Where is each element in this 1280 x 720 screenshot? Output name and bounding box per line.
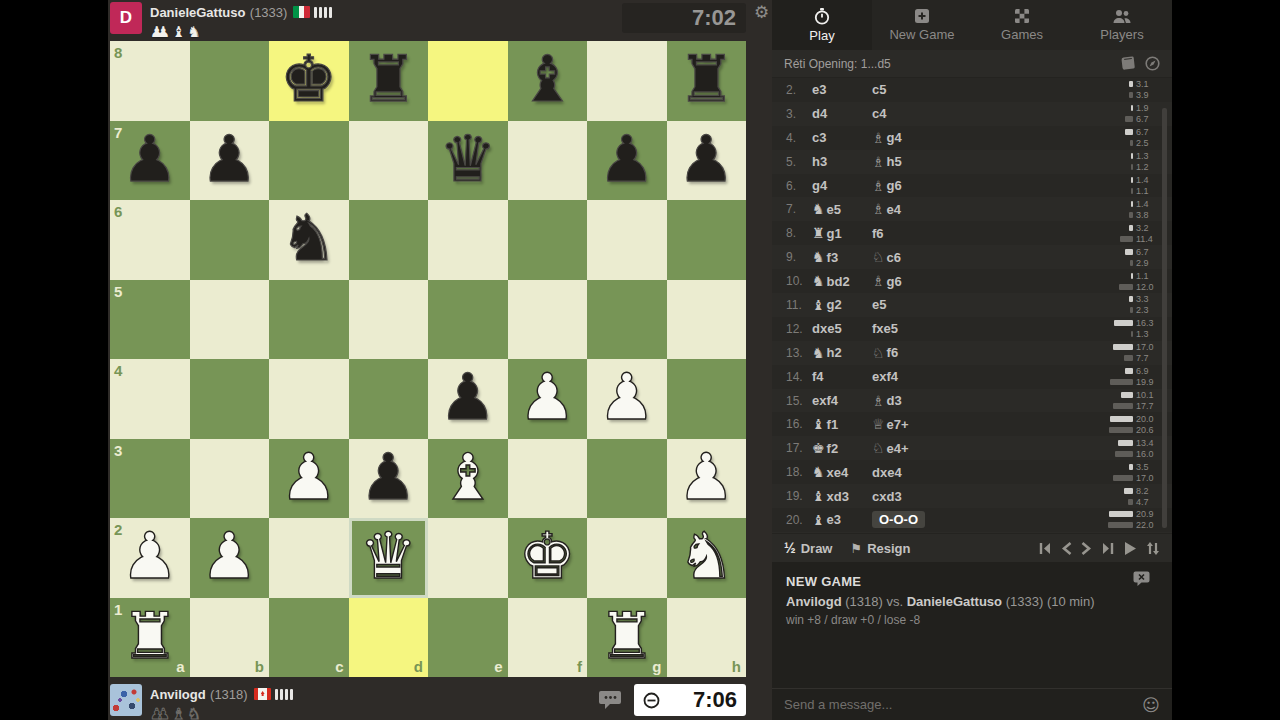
captured-piece-icon: ♟♟ [150, 23, 163, 41]
time-bar [1131, 105, 1133, 111]
captured-piece-icon: ♞ [187, 23, 202, 41]
square-e4[interactable]: ♟ [428, 359, 508, 439]
figurine-icon: ♞ [812, 345, 825, 361]
square-g4[interactable]: ♟ [587, 359, 667, 439]
figurine-icon: ♝ [812, 488, 825, 504]
rank-label: 5 [114, 283, 122, 300]
half-point-icon: ½ [784, 540, 796, 556]
square-c5[interactable] [269, 280, 349, 360]
time-value: 1.4 [1136, 199, 1162, 209]
time-value: 1.3 [1136, 151, 1162, 161]
move-times: 10.117.7 [1086, 390, 1162, 411]
square-g5[interactable] [587, 280, 667, 360]
square-f5[interactable] [508, 280, 588, 360]
time-bar [1129, 296, 1133, 302]
move-times: 13.416.0 [1086, 438, 1162, 459]
file-label: h [732, 658, 741, 675]
piece-white-pawn[interactable]: ♟ [667, 439, 747, 519]
square-c1[interactable]: c [269, 598, 349, 678]
opening-book-icon[interactable] [1120, 56, 1135, 71]
square-b1[interactable]: b [190, 598, 270, 678]
white-move[interactable]: ♞f3 [812, 249, 872, 265]
square-e6[interactable] [428, 200, 508, 280]
move-times: 6.919.9 [1086, 366, 1162, 387]
move-number: 7. [786, 202, 812, 216]
black-move[interactable]: c5 [872, 82, 1086, 97]
figurine-icon: ♝ [812, 297, 825, 313]
time-value: 1.4 [1136, 175, 1162, 185]
square-g3[interactable] [587, 439, 667, 519]
opening-row: Réti Opening: 1...d5 [772, 50, 1172, 78]
square-c7[interactable] [269, 121, 349, 201]
figurine-icon: ♞ [812, 464, 825, 480]
move-row: 17.♚f2♘e4+13.416.0 [772, 436, 1172, 460]
piece-white-pawn[interactable]: ♟ [110, 518, 190, 598]
piece-black-knight[interactable]: ♞ [269, 200, 349, 280]
square-h7[interactable]: ♟ [667, 121, 747, 201]
go-to-start-button[interactable] [1038, 542, 1052, 555]
piece-white-rook[interactable]: ♜ [587, 598, 667, 678]
piece-white-pawn[interactable]: ♟ [508, 359, 588, 439]
square-a2[interactable]: 2♟ [110, 518, 190, 598]
move-number: 13. [786, 346, 812, 360]
time-value: 13.4 [1136, 438, 1162, 448]
time-bar [1118, 440, 1133, 446]
file-label: d [414, 658, 423, 675]
black-move[interactable]: ♗h5 [872, 154, 1086, 170]
players-icon [1113, 9, 1131, 24]
white-move[interactable]: ♝e3 [812, 512, 872, 528]
file-label: f [577, 658, 582, 675]
time-bar [1131, 177, 1133, 183]
black-move[interactable]: exf4 [872, 369, 1086, 384]
move-number: 5. [786, 155, 812, 169]
time-bar [1124, 488, 1133, 494]
square-a7[interactable]: 7♟ [110, 121, 190, 201]
top-player-rating: (1333) [250, 5, 288, 20]
figurine-icon: ♗ [872, 393, 885, 409]
square-f1[interactable]: f [508, 598, 588, 678]
chat-input-row: ☺ [772, 688, 1172, 720]
square-g2[interactable] [587, 518, 667, 598]
piece-black-rook[interactable]: ♜ [667, 41, 747, 121]
piece-white-knight[interactable]: ♞ [667, 518, 747, 598]
move-row: 4.c3♗g46.72.5 [772, 126, 1172, 150]
square-f3[interactable] [508, 439, 588, 519]
piece-white-queen[interactable]: ♛ [349, 518, 429, 598]
square-b5[interactable] [190, 280, 270, 360]
square-h6[interactable] [667, 200, 747, 280]
move-row: 7.♞e5♗e41.43.8 [772, 197, 1172, 221]
figurine-icon: ♗ [872, 154, 885, 170]
white-move[interactable]: g4 [812, 178, 872, 193]
time-bar [1125, 368, 1133, 374]
move-number: 2. [786, 83, 812, 97]
black-move[interactable]: e5 [872, 297, 1086, 312]
white-move[interactable]: exf4 [812, 393, 872, 408]
piece-black-pawn[interactable]: ♟ [587, 121, 667, 201]
move-times: 1.112.0 [1086, 271, 1162, 292]
time-value: 3.2 [1136, 223, 1162, 233]
black-move[interactable]: ♗g6 [872, 273, 1086, 289]
piece-black-pawn[interactable]: ♟ [667, 121, 747, 201]
figurine-icon: ♗ [872, 273, 885, 289]
move-list: 2.e3c53.13.93.d4c41.96.74.c3♗g46.72.55.h… [772, 78, 1172, 533]
figurine-icon: ♗ [872, 130, 885, 146]
time-bar [1109, 511, 1133, 517]
piece-black-pawn[interactable]: ♟ [110, 121, 190, 201]
figurine-icon: ♞ [812, 273, 825, 289]
bottom-clock-time: 7:06 [660, 687, 737, 713]
white-move[interactable]: e3 [812, 82, 872, 97]
square-f4[interactable]: ♟ [508, 359, 588, 439]
move-times: 20.020.6 [1086, 414, 1162, 435]
square-h8[interactable]: ♜ [667, 41, 747, 121]
piece-black-pawn[interactable]: ♟ [428, 359, 508, 439]
move-row: 10.♞bd2♗g61.112.0 [772, 269, 1172, 293]
piece-white-rook[interactable]: ♜ [110, 598, 190, 678]
settings-gear-icon[interactable]: ⚙ [754, 2, 769, 22]
resign-button[interactable]: ⚑ Resign [850, 541, 910, 556]
time-value: 3.1 [1136, 79, 1162, 89]
chess-board: 8♚♜♝♜7♟♟♛♟♟6♞54♟♟♟3♟♟♝♟2♟♟♛♚♞1a♜bcdefg♜h [110, 41, 746, 677]
square-b6[interactable] [190, 200, 270, 280]
time-bar [1130, 260, 1133, 266]
square-d4[interactable] [349, 359, 429, 439]
square-b2[interactable]: ♟ [190, 518, 270, 598]
piece-white-king[interactable]: ♚ [508, 518, 588, 598]
rank-label: 3 [114, 442, 122, 459]
square-c8[interactable]: ♚ [269, 41, 349, 121]
move-times: 1.96.7 [1086, 103, 1162, 124]
white-move[interactable]: ♝f1 [812, 416, 872, 432]
move-number: 4. [786, 131, 812, 145]
square-g6[interactable] [587, 200, 667, 280]
white-move[interactable]: c3 [812, 130, 872, 145]
square-a5[interactable]: 5 [110, 280, 190, 360]
time-value: 20.0 [1136, 414, 1162, 424]
game-controls: ½ Draw ⚑ Resign [772, 533, 1172, 562]
piece-black-bishop[interactable]: ♝ [508, 41, 588, 121]
black-move[interactable]: ♕e7+ [872, 416, 1086, 432]
black-move[interactable]: dxe4 [872, 465, 1086, 480]
square-g7[interactable]: ♟ [587, 121, 667, 201]
white-move[interactable]: ♝g2 [812, 297, 872, 313]
square-d2[interactable]: ♛ [349, 518, 429, 598]
time-value: 20.9 [1136, 509, 1162, 519]
piece-black-rook[interactable]: ♜ [349, 41, 429, 121]
piece-white-bishop[interactable]: ♝ [428, 439, 508, 519]
black-move[interactable]: ♗g4 [872, 130, 1086, 146]
square-b3[interactable] [190, 439, 270, 519]
time-value: 17.7 [1136, 401, 1162, 411]
move-times: 16.31.3 [1086, 318, 1162, 339]
time-value: 17.0 [1136, 473, 1162, 483]
move-number: 3. [786, 107, 812, 121]
time-value: 1.3 [1136, 329, 1162, 339]
time-value: 20.6 [1136, 425, 1162, 435]
square-f2[interactable]: ♚ [508, 518, 588, 598]
top-player-clock: 7:02 [622, 3, 746, 33]
square-d8[interactable]: ♜ [349, 41, 429, 121]
black-move[interactable]: ♗e4 [872, 201, 1086, 217]
white-move[interactable]: ♞bd2 [812, 273, 872, 289]
move-row: 9.♞f3♘c66.72.9 [772, 245, 1172, 269]
time-bar [1129, 212, 1133, 218]
piece-white-pawn[interactable]: ♟ [587, 359, 667, 439]
emoji-smiley-icon[interactable]: ☺ [1142, 695, 1160, 715]
move-times: 1.31.2 [1086, 151, 1162, 172]
time-value: 10.1 [1136, 390, 1162, 400]
move-number: 15. [786, 394, 812, 408]
black-move[interactable]: c4 [872, 106, 1086, 121]
figurine-icon: ♗ [872, 178, 885, 194]
time-value: 16.3 [1136, 318, 1162, 328]
time-bar [1131, 273, 1133, 279]
time-value: 19.9 [1136, 377, 1162, 387]
black-move[interactable]: ♘f6 [872, 345, 1086, 361]
white-move[interactable]: dxe5 [812, 321, 872, 336]
white-move[interactable]: d4 [812, 106, 872, 121]
top-captured-pieces: ♟♟♝♞ [150, 23, 334, 41]
move-row: 8.♜g1f63.211.4 [772, 221, 1172, 245]
next-move-button[interactable] [1081, 542, 1092, 555]
square-h2[interactable]: ♞ [667, 518, 747, 598]
white-move[interactable]: ♚f2 [812, 440, 872, 456]
figurine-icon: ♜ [812, 225, 825, 241]
move-row: 15.exf4♗d310.117.7 [772, 389, 1172, 413]
white-move[interactable]: ♜g1 [812, 225, 872, 241]
piece-white-pawn[interactable]: ♟ [269, 439, 349, 519]
move-number: 12. [786, 322, 812, 336]
time-value: 8.2 [1136, 486, 1162, 496]
time-bar [1110, 379, 1133, 385]
chat-bubble-icon[interactable] [598, 689, 624, 711]
piece-white-pawn[interactable]: ♟ [190, 518, 270, 598]
square-b8[interactable] [190, 41, 270, 121]
time-bar [1120, 236, 1133, 242]
rating-stakes: win +8 / draw +0 / lose -8 [786, 613, 1158, 627]
square-a8[interactable]: 8 [110, 41, 190, 121]
square-e8[interactable] [428, 41, 508, 121]
stopwatch-icon [814, 8, 830, 25]
move-row: 18.♞xe4dxe43.517.0 [772, 460, 1172, 484]
time-bar [1125, 116, 1133, 122]
square-h5[interactable] [667, 280, 747, 360]
square-h4[interactable] [667, 359, 747, 439]
square-c3[interactable]: ♟ [269, 439, 349, 519]
time-value: 1.2 [1136, 162, 1162, 172]
move-number: 20. [786, 513, 812, 527]
move-number: 17. [786, 441, 812, 455]
tab-new-game[interactable]: New Game [872, 0, 972, 50]
time-value: 11.4 [1136, 234, 1162, 244]
black-move[interactable]: ♗d3 [872, 393, 1086, 409]
move-number: 19. [786, 489, 812, 503]
chat-message-input[interactable] [784, 697, 1142, 712]
white-player-name: Anvilogd [786, 594, 842, 609]
side-panel: Play New Game Games Players Réti Opening… [772, 0, 1172, 720]
bottom-player-avatar[interactable] [110, 684, 142, 716]
previous-move-button[interactable] [1061, 542, 1072, 555]
square-g8[interactable] [587, 41, 667, 121]
move-row: 3.d4c41.96.7 [772, 102, 1172, 126]
square-g1[interactable]: g♜ [587, 598, 667, 678]
square-f8[interactable]: ♝ [508, 41, 588, 121]
time-bar [1108, 522, 1133, 528]
black-move[interactable]: f6 [872, 226, 1086, 241]
square-h1[interactable]: h [667, 598, 747, 678]
clock-icon [643, 692, 660, 709]
time-bar [1125, 249, 1133, 255]
square-f6[interactable] [508, 200, 588, 280]
square-d1[interactable]: d [349, 598, 429, 678]
time-value: 12.0 [1136, 282, 1162, 292]
square-c4[interactable] [269, 359, 349, 439]
square-a6[interactable]: 6 [110, 200, 190, 280]
piece-black-king[interactable]: ♚ [269, 41, 349, 121]
square-h3[interactable]: ♟ [667, 439, 747, 519]
time-value: 3.8 [1136, 210, 1162, 220]
white-move[interactable]: f4 [812, 369, 872, 384]
move-number: 9. [786, 250, 812, 264]
black-move[interactable]: ♘e4+ [872, 440, 1086, 456]
move-times: 17.07.7 [1086, 342, 1162, 363]
move-times: 6.72.9 [1086, 247, 1162, 268]
square-a3[interactable]: 3 [110, 439, 190, 519]
tab-play[interactable]: Play [772, 0, 872, 50]
square-e2[interactable] [428, 518, 508, 598]
move-row: 2.e3c53.13.9 [772, 78, 1172, 102]
square-e1[interactable]: e [428, 598, 508, 678]
move-row: 20.♝e3O-O-O20.922.0 [772, 508, 1172, 532]
captured-piece-icon: ♝ [172, 705, 187, 720]
move-list-scrollbar[interactable] [1162, 108, 1167, 528]
figurine-icon: ♗ [872, 201, 885, 217]
square-c6[interactable]: ♞ [269, 200, 349, 280]
figurine-icon: ♕ [872, 416, 885, 432]
move-row: 13.♞h2♘f617.07.7 [772, 341, 1172, 365]
piece-black-queen[interactable]: ♛ [428, 121, 508, 201]
square-e3[interactable]: ♝ [428, 439, 508, 519]
tab-players[interactable]: Players [1072, 0, 1172, 50]
resign-flag-icon: ⚑ [850, 541, 862, 556]
matchup-line: Anvilogd (1318) vs. DanieleGattuso (1333… [786, 594, 1158, 609]
opening-name[interactable]: Réti Opening: 1...d5 [784, 57, 1120, 71]
black-player-name: DanieleGattuso [907, 594, 1002, 609]
move-times: 6.72.5 [1086, 127, 1162, 148]
piece-black-pawn[interactable]: ♟ [190, 121, 270, 201]
chat-mute-icon[interactable] [1133, 571, 1150, 586]
time-bar [1113, 403, 1133, 409]
time-bar [1130, 307, 1133, 313]
captured-piece-icon: ♟♟ [150, 705, 163, 720]
black-move[interactable]: ♘c6 [872, 249, 1086, 265]
white-move[interactable]: ♞h2 [812, 345, 872, 361]
tab-games[interactable]: Games [972, 0, 1072, 50]
white-move[interactable]: ♞e5 [812, 201, 872, 217]
figurine-icon: ♘ [872, 249, 885, 265]
black-move[interactable]: fxe5 [872, 321, 1086, 336]
time-bar [1119, 284, 1133, 290]
time-value: 6.9 [1136, 366, 1162, 376]
move-number: 11. [786, 298, 812, 312]
square-c2[interactable] [269, 518, 349, 598]
explorer-compass-icon[interactable] [1145, 56, 1160, 71]
square-e5[interactable] [428, 280, 508, 360]
top-player-avatar[interactable]: D [110, 2, 142, 34]
time-value: 2.9 [1136, 258, 1162, 268]
square-e7[interactable]: ♛ [428, 121, 508, 201]
bottom-player-name[interactable]: Anvilogd [150, 687, 206, 702]
square-b7[interactable]: ♟ [190, 121, 270, 201]
black-move[interactable]: O-O-O [872, 511, 1086, 528]
square-d3[interactable]: ♟ [349, 439, 429, 519]
time-value: 2.5 [1136, 138, 1162, 148]
file-label: c [335, 658, 343, 675]
white-move[interactable]: ♝xd3 [812, 488, 872, 504]
bottom-player-clock: 7:06 [634, 684, 746, 716]
time-value: 3.9 [1136, 90, 1162, 100]
time-value: 16.0 [1136, 449, 1162, 459]
time-bar [1129, 92, 1133, 98]
move-number: 14. [786, 370, 812, 384]
square-d5[interactable] [349, 280, 429, 360]
black-move[interactable]: ♗g6 [872, 178, 1086, 194]
move-row: 12.dxe5fxe516.31.3 [772, 317, 1172, 341]
time-bar [1128, 499, 1133, 505]
square-f7[interactable] [508, 121, 588, 201]
square-d7[interactable] [349, 121, 429, 201]
white-move[interactable]: ♞xe4 [812, 464, 872, 480]
plus-square-icon [914, 8, 930, 24]
flip-board-icon[interactable] [1146, 541, 1160, 556]
go-to-end-button[interactable] [1101, 542, 1115, 555]
time-bar [1109, 427, 1133, 433]
time-value: 1.1 [1136, 186, 1162, 196]
top-player-name[interactable]: DanieleGattuso [150, 5, 245, 20]
captured-piece-icon: ♞ [187, 705, 202, 720]
time-bar [1129, 464, 1133, 470]
draw-button[interactable]: ½ Draw [784, 540, 832, 556]
time-value: 4.7 [1136, 497, 1162, 507]
figurine-icon: ♘ [872, 440, 885, 456]
connection-bars-icon [275, 686, 295, 704]
time-value: 6.7 [1136, 114, 1162, 124]
bottom-captured-pieces: ♟♟♝♞ [150, 705, 295, 720]
move-times: 3.517.0 [1086, 462, 1162, 483]
piece-black-pawn[interactable]: ♟ [349, 439, 429, 519]
time-value: 1.1 [1136, 271, 1162, 281]
autoplay-button[interactable] [1124, 541, 1137, 556]
time-bar [1121, 392, 1133, 398]
move-times: 1.43.8 [1086, 199, 1162, 220]
move-times: 20.922.0 [1086, 509, 1162, 530]
square-a4[interactable]: 4 [110, 359, 190, 439]
square-b4[interactable] [190, 359, 270, 439]
figurine-icon: ♝ [812, 512, 825, 528]
time-value: 7.7 [1136, 353, 1162, 363]
time-bar [1131, 164, 1133, 170]
time-value: 6.7 [1136, 127, 1162, 137]
app-window: D DanieleGattuso (1333) ♟♟♝♞ 7:02 ⚙ 8♚♜♝… [108, 0, 1172, 720]
square-a1[interactable]: 1a♜ [110, 598, 190, 678]
black-move[interactable]: cxd3 [872, 489, 1086, 504]
white-move[interactable]: h3 [812, 154, 872, 169]
figurine-icon: ♘ [872, 345, 885, 361]
square-d6[interactable] [349, 200, 429, 280]
move-number: 10. [786, 274, 812, 288]
